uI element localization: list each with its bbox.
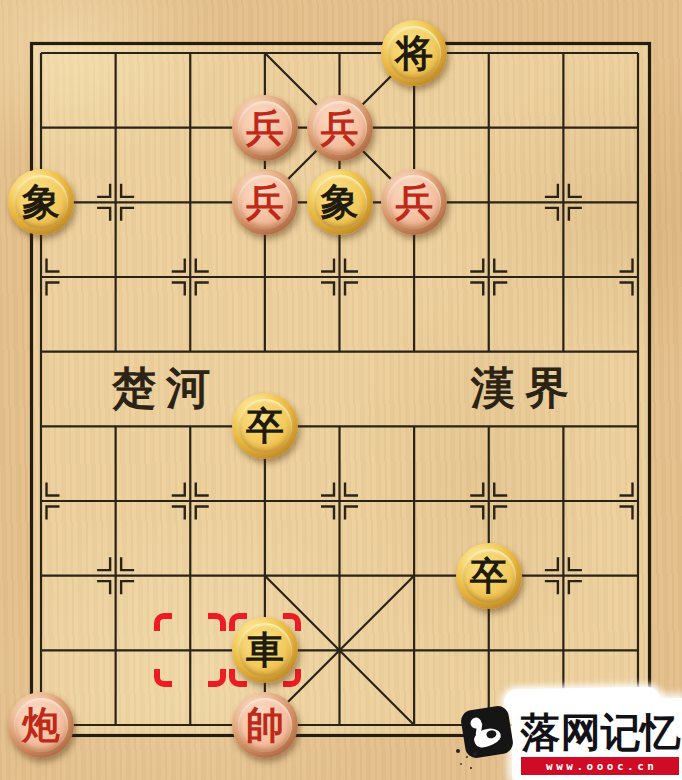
piece-glyph: 卒: [232, 393, 298, 459]
logo-spray-dots: [456, 749, 460, 753]
piece-glyph: 兵: [307, 95, 373, 161]
piece-glyph: 兵: [232, 95, 298, 161]
piece-glyph: 象: [307, 169, 373, 235]
piece-red-general[interactable]: 帥: [232, 692, 298, 758]
piece-black-soldier-2[interactable]: 卒: [456, 543, 522, 609]
piece-black-elephant-2[interactable]: 象: [307, 169, 373, 235]
piece-black-general[interactable]: 将: [381, 20, 447, 86]
watermark: 落网记忆 www.oooc.cn: [452, 635, 682, 780]
piece-glyph: 兵: [232, 169, 298, 235]
piece-glyph: 車: [232, 617, 298, 683]
xiangqi-game-screen: 楚河 漢界 将兵兵象兵象兵卒卒車炮帥 落网记忆 www.oooc.cn: [0, 0, 682, 780]
watermark-url: www.oooc.cn: [521, 757, 679, 775]
piece-glyph: 炮: [8, 692, 74, 758]
piece-red-soldier-3[interactable]: 兵: [232, 169, 298, 235]
piece-glyph: 卒: [456, 543, 522, 609]
watermark-swan-logo-icon: [460, 705, 515, 760]
piece-glyph: 将: [381, 20, 447, 86]
piece-glyph: 兵: [381, 169, 447, 235]
piece-red-soldier-4[interactable]: 兵: [381, 169, 447, 235]
piece-glyph: 帥: [232, 692, 298, 758]
piece-red-cannon[interactable]: 炮: [8, 692, 74, 758]
piece-red-soldier-2[interactable]: 兵: [307, 95, 373, 161]
piece-glyph: 象: [8, 169, 74, 235]
piece-black-elephant-1[interactable]: 象: [8, 169, 74, 235]
watermark-title: 落网记忆: [519, 709, 682, 755]
piece-black-soldier-1[interactable]: 卒: [232, 393, 298, 459]
piece-red-soldier-1[interactable]: 兵: [232, 95, 298, 161]
piece-black-chariot[interactable]: 車: [232, 617, 298, 683]
